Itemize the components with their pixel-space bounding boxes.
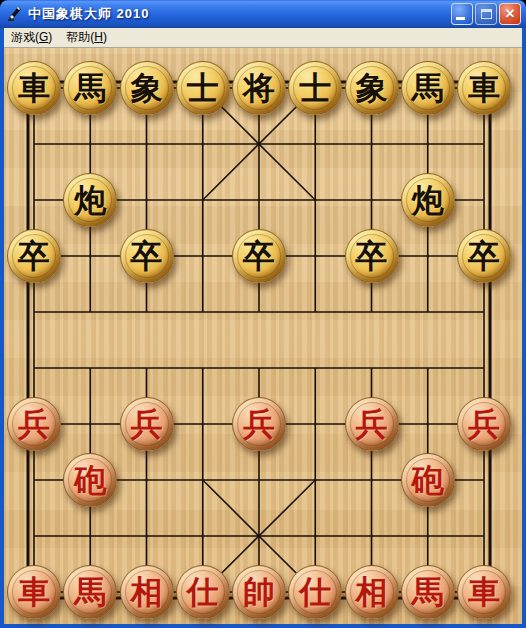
piece-black[interactable]: 卒 bbox=[7, 229, 61, 283]
xiangqi-board[interactable]: 車馬象士将士象馬車炮炮卒卒卒卒卒兵兵兵兵兵砲砲車馬相仕帥仕相馬車 bbox=[4, 48, 522, 624]
piece-glyph: 仕 bbox=[289, 566, 341, 618]
piece-glyph: 馬 bbox=[402, 62, 454, 114]
piece-glyph: 兵 bbox=[458, 398, 510, 450]
piece-black[interactable]: 将 bbox=[232, 61, 286, 115]
piece-red[interactable]: 砲 bbox=[401, 453, 455, 507]
piece-red[interactable]: 兵 bbox=[7, 397, 61, 451]
piece-red[interactable]: 兵 bbox=[120, 397, 174, 451]
piece-glyph: 炮 bbox=[402, 174, 454, 226]
piece-glyph: 卒 bbox=[458, 230, 510, 282]
piece-glyph: 相 bbox=[121, 566, 173, 618]
piece-glyph: 帥 bbox=[233, 566, 285, 618]
menu-game[interactable]: 游戏(G) bbox=[4, 27, 59, 48]
piece-glyph: 車 bbox=[8, 566, 60, 618]
piece-glyph: 相 bbox=[346, 566, 398, 618]
app-icon bbox=[6, 5, 24, 23]
piece-black[interactable]: 炮 bbox=[63, 173, 117, 227]
piece-red[interactable]: 相 bbox=[345, 565, 399, 619]
piece-glyph: 兵 bbox=[8, 398, 60, 450]
piece-glyph: 兵 bbox=[121, 398, 173, 450]
piece-red[interactable]: 砲 bbox=[63, 453, 117, 507]
piece-glyph: 兵 bbox=[233, 398, 285, 450]
minimize-button[interactable] bbox=[451, 3, 473, 25]
piece-glyph: 馬 bbox=[64, 62, 116, 114]
piece-glyph: 砲 bbox=[64, 454, 116, 506]
minimize-icon bbox=[456, 17, 465, 20]
piece-black[interactable]: 卒 bbox=[232, 229, 286, 283]
piece-glyph: 象 bbox=[121, 62, 173, 114]
maximize-button[interactable] bbox=[475, 3, 497, 25]
close-button[interactable]: × bbox=[499, 3, 521, 25]
piece-glyph: 仕 bbox=[177, 566, 229, 618]
piece-black[interactable]: 卒 bbox=[120, 229, 174, 283]
piece-glyph: 車 bbox=[8, 62, 60, 114]
piece-glyph: 兵 bbox=[346, 398, 398, 450]
piece-glyph: 車 bbox=[458, 566, 510, 618]
piece-glyph: 卒 bbox=[233, 230, 285, 282]
piece-black[interactable]: 馬 bbox=[63, 61, 117, 115]
piece-black[interactable]: 士 bbox=[176, 61, 230, 115]
piece-red[interactable]: 相 bbox=[120, 565, 174, 619]
piece-red[interactable]: 馬 bbox=[401, 565, 455, 619]
menu-help[interactable]: 帮助(H) bbox=[59, 27, 114, 48]
menu-bar: 游戏(G) 帮助(H) bbox=[4, 28, 522, 48]
piece-black[interactable]: 馬 bbox=[401, 61, 455, 115]
piece-red[interactable]: 兵 bbox=[457, 397, 511, 451]
piece-red[interactable]: 馬 bbox=[63, 565, 117, 619]
piece-glyph: 将 bbox=[233, 62, 285, 114]
window-controls: × bbox=[451, 3, 521, 25]
piece-glyph: 砲 bbox=[402, 454, 454, 506]
maximize-icon bbox=[481, 9, 492, 19]
piece-black[interactable]: 象 bbox=[345, 61, 399, 115]
piece-red[interactable]: 兵 bbox=[345, 397, 399, 451]
piece-glyph: 炮 bbox=[64, 174, 116, 226]
window-title: 中国象棋大师 2010 bbox=[28, 5, 451, 23]
piece-black[interactable]: 卒 bbox=[345, 229, 399, 283]
app-window: 中国象棋大师 2010 × 游戏(G) 帮助(H) 車馬象士将士象馬車炮炮卒卒卒… bbox=[0, 0, 526, 628]
board-grid bbox=[4, 48, 522, 624]
piece-glyph: 士 bbox=[177, 62, 229, 114]
piece-glyph: 馬 bbox=[402, 566, 454, 618]
piece-black[interactable]: 車 bbox=[7, 61, 61, 115]
piece-black[interactable]: 卒 bbox=[457, 229, 511, 283]
piece-red[interactable]: 帥 bbox=[232, 565, 286, 619]
piece-glyph: 卒 bbox=[8, 230, 60, 282]
piece-black[interactable]: 炮 bbox=[401, 173, 455, 227]
piece-black[interactable]: 士 bbox=[288, 61, 342, 115]
piece-red[interactable]: 仕 bbox=[176, 565, 230, 619]
piece-black[interactable]: 車 bbox=[457, 61, 511, 115]
piece-red[interactable]: 仕 bbox=[288, 565, 342, 619]
piece-glyph: 卒 bbox=[121, 230, 173, 282]
piece-red[interactable]: 車 bbox=[7, 565, 61, 619]
piece-glyph: 士 bbox=[289, 62, 341, 114]
titlebar[interactable]: 中国象棋大师 2010 × bbox=[0, 0, 526, 28]
piece-black[interactable]: 象 bbox=[120, 61, 174, 115]
close-icon: × bbox=[500, 4, 520, 24]
piece-glyph: 象 bbox=[346, 62, 398, 114]
piece-red[interactable]: 車 bbox=[457, 565, 511, 619]
piece-glyph: 車 bbox=[458, 62, 510, 114]
piece-red[interactable]: 兵 bbox=[232, 397, 286, 451]
piece-glyph: 馬 bbox=[64, 566, 116, 618]
piece-glyph: 卒 bbox=[346, 230, 398, 282]
